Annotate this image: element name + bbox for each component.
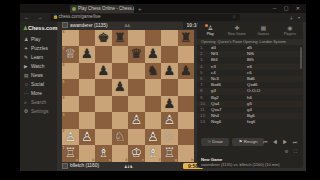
bottom-player-avatar[interactable] <box>62 163 68 169</box>
news-icon: ▤ <box>24 71 31 80</box>
square-f2[interactable]: ♙ <box>145 129 162 146</box>
square-e7[interactable]: ♛ <box>128 46 145 63</box>
sidebar-item-learn[interactable]: ✎Learn <box>20 53 57 62</box>
black-pawn-f7[interactable]: ♟ <box>145 46 162 63</box>
rank-label: 1 <box>63 146 65 150</box>
sidebar-item-social[interactable]: ☺Social <box>20 80 57 89</box>
square-e1[interactable]: ♔e <box>128 145 145 162</box>
black-pawn-d5[interactable]: ♟ <box>112 79 129 96</box>
search-icon: ⌕ <box>24 98 31 107</box>
square-a8[interactable]: 8 <box>62 30 79 47</box>
sidebar-item-watch[interactable]: ▶Watch <box>20 62 57 71</box>
sidebar-item-more[interactable]: ⋯More <box>20 89 57 98</box>
black-rook-d8[interactable]: ♜ <box>112 30 129 47</box>
sidebar-item-puzzles[interactable]: ✦Puzzles <box>20 44 57 53</box>
logo-text: Chess.com <box>28 25 57 31</box>
square-b6[interactable] <box>79 63 96 80</box>
chat-area[interactable]: New Game awanderer (1135) vs. bfletch (1… <box>201 157 299 167</box>
square-h4[interactable] <box>178 96 195 113</box>
square-f4[interactable] <box>145 96 162 113</box>
favicon-icon <box>72 7 76 11</box>
square-d4[interactable] <box>112 96 129 113</box>
sidebar-menu: ♟Play✦Puzzles✎Learn▶Watch▤News☺Social⋯Mo… <box>20 35 57 116</box>
move-nav-buttons[interactable]: ⏮ ◀ ▶ ⏭ <box>263 139 299 146</box>
panel-tab-games[interactable]: ▦Games <box>250 23 277 38</box>
square-h7[interactable] <box>178 46 195 63</box>
square-a4[interactable]: 4 <box>62 96 79 113</box>
play-icon: ♙ <box>197 24 224 32</box>
square-c1[interactable]: ♗c <box>95 145 112 162</box>
white-move[interactable]: Nxg6 <box>211 119 221 125</box>
bookmark-star-icon[interactable]: ☆ <box>232 14 236 21</box>
square-b2[interactable]: ♙ <box>79 129 96 146</box>
move-list[interactable]: 1.d4d52.Nf3Nf63.Bf4Bf54.e3e65.c4c66.Nc3B… <box>197 45 303 135</box>
url-field[interactable]: chess.com/game/live <box>50 14 240 21</box>
window-controls[interactable]: ─ ▢ ✕ <box>273 4 303 13</box>
square-e2[interactable] <box>128 129 145 146</box>
browser-tab[interactable]: Play Chess Online - Chess.com <box>70 5 134 13</box>
top-player-captured-pieces: ♙ ♙ <box>124 23 129 28</box>
resign-button[interactable]: ⚑ Resign <box>232 138 264 146</box>
square-g1[interactable]: ♖g <box>161 145 178 162</box>
square-g6[interactable]: ♟ <box>161 63 178 80</box>
square-g4[interactable]: ♟ <box>161 96 178 113</box>
rank-label: 4 <box>63 96 65 100</box>
square-d5[interactable]: ♟ <box>112 79 129 96</box>
settings-icon: ⚙ <box>24 107 31 116</box>
social-icon: ☺ <box>24 80 31 89</box>
browser-tab-bar: Play Chess Online - Chess.com + ─ ▢ ✕ <box>20 4 306 13</box>
square-e6[interactable] <box>128 63 145 80</box>
white-pawn-g3[interactable]: ♙ <box>161 112 178 129</box>
watch-icon: ▶ <box>24 62 31 71</box>
square-c3[interactable] <box>95 112 112 129</box>
black-rook-h8[interactable]: ♜ <box>178 30 195 47</box>
square-a6[interactable]: 6 <box>62 63 79 80</box>
square-a3[interactable]: 3 <box>62 112 79 129</box>
square-d7[interactable] <box>112 46 129 63</box>
browser-url-bar: ← → ⟳ chess.com/game/live 🔒 ☆ ⤓ ▾ <box>20 13 306 22</box>
square-h3[interactable] <box>178 112 195 129</box>
sidebar-item-search[interactable]: ⌕Search <box>20 98 57 107</box>
panel-tab-new-game[interactable]: ✚New Game <box>224 23 251 38</box>
move-row[interactable]: 13.Nxg6fxg6 <box>197 119 303 125</box>
url-text: chess.com/game/live <box>59 14 101 19</box>
puzzles-icon: ✦ <box>24 44 31 53</box>
square-f3[interactable] <box>145 112 162 129</box>
bottom-player-captured-pieces: ♟ ♝ ♞ <box>124 164 132 169</box>
black-queen-e7[interactable]: ♛ <box>128 46 145 63</box>
lock-icon: 🔒 <box>53 14 58 21</box>
top-player-name[interactable]: awanderer (1135) <box>70 23 108 28</box>
new-game-icon: ✚ <box>224 24 251 32</box>
square-c5[interactable] <box>95 79 112 96</box>
square-d2[interactable]: ♘ <box>112 129 129 146</box>
black-pawn-c6[interactable]: ♟ <box>95 63 112 80</box>
sidebar-item-news[interactable]: ▤News <box>20 71 57 80</box>
tab-title: Play Chess Online - Chess.com <box>78 6 134 11</box>
square-a2[interactable]: ♙2 <box>62 129 79 146</box>
rank-label: 7 <box>63 47 65 51</box>
square-g8[interactable] <box>161 30 178 47</box>
square-a7[interactable]: ♕7 <box>62 46 79 63</box>
square-g5[interactable] <box>161 79 178 96</box>
chat-message: awanderer (1135) vs. bfletch (1160) (10 … <box>201 162 299 167</box>
site-logo[interactable]: ♟Chess.com <box>23 25 57 31</box>
white-pawn-a2[interactable]: ♙ <box>62 129 79 146</box>
black-pawn-b7[interactable]: ♟ <box>79 46 96 63</box>
black-move[interactable]: fxg6 <box>247 119 255 125</box>
square-c4[interactable] <box>95 96 112 113</box>
learn-icon: ✎ <box>24 53 31 62</box>
chess-board[interactable]: 8♚♜♜♕7♟♛♟6♟♞♟♟5♟4♟3♙♙♙2♙♘♙♘♖1ab♗cd♔e♗f♖g… <box>62 30 194 162</box>
white-pawn-b2[interactable]: ♙ <box>79 129 96 146</box>
rank-label: 2 <box>63 129 65 133</box>
square-a1[interactable]: ♖1a <box>62 145 79 162</box>
top-player-avatar[interactable] <box>62 22 68 28</box>
square-c8[interactable]: ♚ <box>95 30 112 47</box>
rank-label: 3 <box>63 113 65 117</box>
square-g3[interactable]: ♙ <box>161 112 178 129</box>
black-king-c8[interactable]: ♚ <box>95 30 112 47</box>
bottom-player-name[interactable]: bfletch (1160) <box>70 163 99 168</box>
square-e8[interactable] <box>128 30 145 47</box>
square-f5[interactable] <box>145 79 162 96</box>
square-h1[interactable]: h <box>178 145 195 162</box>
square-b1[interactable]: b <box>79 145 96 162</box>
square-b4[interactable] <box>79 96 96 113</box>
white-pawn-e3[interactable]: ♙ <box>128 112 145 129</box>
white-knight-d2[interactable]: ♘ <box>112 129 129 146</box>
square-e4[interactable] <box>128 96 145 113</box>
notification-dot <box>205 24 208 27</box>
browser-window: Play Chess Online - Chess.com + ─ ▢ ✕ ← … <box>20 4 306 171</box>
square-e5[interactable] <box>128 79 145 96</box>
square-d6[interactable] <box>112 63 129 80</box>
square-h8[interactable]: ♜ <box>178 30 195 47</box>
action-row: ½ Draw ⚑ Resign ⏮ ◀ ▶ ⏭ <box>197 138 303 147</box>
new-tab-button[interactable]: + <box>138 5 142 13</box>
square-b5[interactable] <box>79 79 96 96</box>
white-queen-a7[interactable]: ♕ <box>62 46 79 63</box>
rank-label: 8 <box>63 30 65 34</box>
browser-menu-icons[interactable]: ⤓ ▾ <box>290 14 302 21</box>
square-h5[interactable] <box>178 79 195 96</box>
square-f6[interactable]: ♞ <box>145 63 162 80</box>
black-pawn-g6[interactable]: ♟ <box>161 63 178 80</box>
square-d1[interactable]: d <box>112 145 129 162</box>
panel-tabs: ♙Play✚New Game▦Games◉Players <box>197 23 303 38</box>
players-icon: ◉ <box>277 24 304 32</box>
black-pawn-g4[interactable]: ♟ <box>161 96 178 113</box>
move-list-scrollbar[interactable] <box>300 47 302 69</box>
rank-label: 5 <box>63 80 65 84</box>
file-label: h <box>191 158 193 162</box>
square-g2[interactable]: ♘ <box>161 129 178 146</box>
sidebar-item-settings[interactable]: ⚙Settings <box>20 107 57 116</box>
square-c2[interactable] <box>95 129 112 146</box>
more-icon: ⋯ <box>24 89 31 98</box>
sidebar: ♟Chess.com ♟Play✦Puzzles✎Learn▶Watch▤New… <box>20 22 57 171</box>
play-icon: ♟ <box>24 35 31 44</box>
square-c7[interactable] <box>95 46 112 63</box>
black-pawn-h6[interactable]: ♟ <box>178 63 195 80</box>
square-h2[interactable] <box>178 129 195 146</box>
black-knight-f6[interactable]: ♞ <box>145 63 162 80</box>
square-g7[interactable] <box>161 46 178 63</box>
square-b3[interactable] <box>79 112 96 129</box>
square-b7[interactable]: ♟ <box>79 46 96 63</box>
white-knight-g2[interactable]: ♘ <box>161 129 178 146</box>
games-icon: ▦ <box>250 24 277 32</box>
square-d8[interactable]: ♜ <box>112 30 129 47</box>
game-panel: ♙Play✚New Game▦Games◉Players Opening: Qu… <box>197 22 303 168</box>
square-f8[interactable] <box>145 30 162 47</box>
square-d3[interactable] <box>112 112 129 129</box>
square-c6[interactable]: ♟ <box>95 63 112 80</box>
square-a5[interactable]: 5 <box>62 79 79 96</box>
square-e3[interactable]: ♙ <box>128 112 145 129</box>
square-h6[interactable]: ♟ <box>178 63 195 80</box>
panel-tool-icons[interactable]: ⚙ ⛶ <box>285 149 299 154</box>
draw-button[interactable]: ½ Draw <box>201 138 229 146</box>
square-f1[interactable]: ♗f <box>145 145 162 162</box>
chess-site-page: ♟Chess.com ♟Play✦Puzzles✎Learn▶Watch▤New… <box>20 22 306 171</box>
white-pawn-f2[interactable]: ♙ <box>145 129 162 146</box>
panel-tab-players[interactable]: ◉Players <box>277 23 304 38</box>
square-f7[interactable]: ♟ <box>145 46 162 63</box>
square-b8[interactable] <box>79 30 96 47</box>
sidebar-item-play[interactable]: ♟Play <box>20 35 57 44</box>
rank-label: 6 <box>63 63 65 67</box>
panel-tab-play[interactable]: ♙Play <box>197 23 224 38</box>
